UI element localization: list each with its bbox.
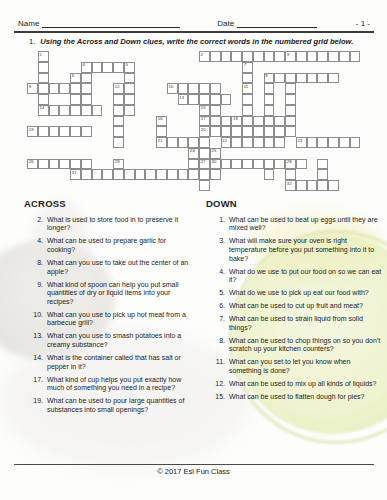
clue-number: 5.: [206, 289, 229, 298]
grid-cell[interactable]: [253, 126, 264, 137]
grid-cell[interactable]: [199, 83, 210, 94]
grid-cell[interactable]: [102, 62, 113, 73]
grid-cell[interactable]: 26: [27, 159, 38, 170]
grid-cell[interactable]: [81, 159, 92, 170]
grid-cell[interactable]: [59, 83, 70, 94]
grid-cell[interactable]: [285, 83, 296, 94]
grid-cell[interactable]: 1: [38, 51, 49, 62]
clue-number: 6.: [206, 302, 229, 311]
clue-text: What can be used to flatten dough for pi…: [229, 393, 384, 402]
clue-text: What is used to store food in to preserv…: [47, 216, 194, 233]
grid-cell[interactable]: [317, 169, 328, 180]
grid-cell[interactable]: 19: [27, 126, 38, 137]
grid-cell[interactable]: [328, 51, 339, 62]
grid-cell[interactable]: 24: [188, 148, 199, 159]
grid-cell[interactable]: [317, 51, 328, 62]
grid-cell[interactable]: [178, 83, 189, 94]
grid-cell[interactable]: [307, 51, 318, 62]
clue-item: 12.What can be used to mix up all kinds …: [206, 380, 384, 389]
grid-cell[interactable]: [49, 83, 60, 94]
clue-item: 6.What can be used to cut up fruit and m…: [206, 302, 384, 311]
grid-cell[interactable]: [296, 159, 307, 170]
cell-number: 17: [201, 116, 206, 121]
grid-cell[interactable]: [253, 51, 264, 62]
grid-cell[interactable]: 32: [285, 180, 296, 191]
clue-item: 15.What can be used to flatten dough for…: [206, 393, 384, 402]
grid-cell[interactable]: [59, 126, 70, 137]
grid-cell[interactable]: [70, 105, 81, 116]
grid-cell[interactable]: [199, 180, 210, 191]
grid-cell[interactable]: 9: [27, 83, 38, 94]
grid-cell[interactable]: [221, 94, 232, 105]
clue-item: 19.What can be used to pour large quanti…: [24, 397, 194, 414]
grid-cell[interactable]: [253, 159, 264, 170]
clue-number: 8.: [24, 259, 47, 276]
grid-cell[interactable]: [167, 137, 178, 148]
clue-number: 8.: [206, 337, 229, 354]
grid-cell[interactable]: [339, 51, 350, 62]
grid-cell[interactable]: 3: [285, 51, 296, 62]
worksheet-header: NameDate - 1 -: [18, 19, 370, 28]
grid-cell[interactable]: 2: [199, 51, 210, 62]
clue-item: 2.What is used to store food in to prese…: [24, 216, 194, 233]
grid-cell[interactable]: [317, 73, 328, 84]
grid-cell[interactable]: [113, 116, 124, 127]
clue-text: What can be used to cut up fruit and mea…: [229, 302, 384, 311]
grid-cell[interactable]: [124, 94, 135, 105]
grid-cell[interactable]: 27: [199, 159, 210, 170]
down-clue-list: 1.What can be used to beat up eggs until…: [206, 216, 384, 402]
name-label: Name: [18, 19, 39, 28]
clue-number: 11.: [206, 358, 229, 375]
grid-cell[interactable]: 12: [113, 83, 124, 94]
grid-cell[interactable]: [124, 169, 135, 180]
grid-cell[interactable]: [274, 126, 285, 137]
grid-cell[interactable]: 17: [199, 116, 210, 127]
grid-cell[interactable]: [350, 51, 361, 62]
clue-number: 9.: [24, 281, 47, 307]
grid-cell[interactable]: [49, 105, 60, 116]
clue-item: 11.What can you set to let you know when…: [206, 358, 384, 375]
cell-number: 23: [298, 138, 303, 143]
grid-cell[interactable]: [92, 105, 103, 116]
instruction-line: 1.Using the Across and Down clues, write…: [29, 37, 374, 46]
clue-number: 2.: [24, 216, 47, 233]
grid-cell[interactable]: [178, 137, 189, 148]
clue-text: What can be used to mix up all kinds of …: [229, 380, 384, 389]
grid-cell[interactable]: [350, 137, 361, 148]
grid-cell[interactable]: 11: [242, 83, 253, 94]
grid-cell[interactable]: [188, 159, 199, 170]
cell-number: 1: [40, 52, 42, 57]
clue-number: 13.: [24, 332, 47, 349]
across-clue-list: 2.What is used to store food in to prese…: [24, 216, 194, 415]
grid-cell[interactable]: [92, 62, 103, 73]
grid-cell[interactable]: [285, 126, 296, 137]
across-heading: ACROSS: [24, 198, 194, 210]
cell-number: 8: [265, 73, 267, 78]
grid-cell[interactable]: 21: [156, 137, 167, 148]
cell-number: 19: [29, 127, 34, 132]
clue-item: 8.What can you use to take out the cente…: [24, 259, 194, 276]
grid-cell[interactable]: 14: [38, 105, 49, 116]
clue-item: 13.What can you use to smash potatoes in…: [24, 332, 194, 349]
grid-cell[interactable]: [274, 137, 285, 148]
grid-cell[interactable]: [38, 94, 49, 105]
grid-cell[interactable]: [307, 180, 318, 191]
instruction-number: 1.: [29, 37, 35, 46]
grid-cell[interactable]: [81, 126, 92, 137]
clue-text: What can be used to pour large quantitie…: [47, 397, 194, 414]
cell-number: 13: [179, 95, 184, 100]
clue-item: 1.What can be used to beat up eggs until…: [206, 216, 384, 233]
grid-cell[interactable]: [307, 137, 318, 148]
grid-cell[interactable]: [188, 169, 199, 180]
grid-cell[interactable]: [188, 94, 199, 105]
grid-cell[interactable]: [135, 169, 146, 180]
grid-cell[interactable]: [317, 180, 328, 191]
grid-cell[interactable]: [253, 137, 264, 148]
grid-cell[interactable]: 30: [210, 159, 221, 170]
clue-text: What is the container called that has sa…: [47, 354, 194, 371]
cell-number: 7: [244, 62, 246, 67]
clue-item: 5.What do we use to pick up eat our food…: [206, 289, 384, 298]
grid-cell[interactable]: [231, 159, 242, 170]
grid-cell[interactable]: [210, 105, 221, 116]
grid-cell[interactable]: [307, 73, 318, 84]
grid-cell[interactable]: [231, 51, 242, 62]
grid-cell[interactable]: [113, 169, 124, 180]
instruction-text: Using the Across and Down clues, write t…: [40, 37, 353, 46]
grid-cell[interactable]: 7: [242, 62, 253, 73]
grid-cell[interactable]: [102, 169, 113, 180]
cell-number: 3: [287, 52, 289, 57]
clue-number: 7.: [206, 315, 229, 332]
grid-cell[interactable]: [210, 94, 221, 105]
cell-number: 18: [233, 116, 238, 121]
grid-cell[interactable]: [210, 169, 221, 180]
grid-cell[interactable]: [113, 105, 124, 116]
grid-cell[interactable]: [70, 83, 81, 94]
grid-cell[interactable]: [38, 83, 49, 94]
cell-number: 24: [190, 148, 195, 153]
cell-number: 5: [126, 62, 128, 67]
grid-cell[interactable]: [188, 83, 199, 94]
grid-cell[interactable]: [124, 73, 135, 84]
grid-cell[interactable]: [124, 83, 135, 94]
clue-number: 12.: [206, 380, 229, 389]
grid-cell[interactable]: [113, 126, 124, 137]
grid-cell[interactable]: [264, 83, 275, 94]
name-blank-line[interactable]: [42, 19, 180, 28]
date-blank-line[interactable]: [237, 19, 317, 28]
cell-number: 27: [201, 159, 206, 164]
clue-number: 4.: [24, 237, 47, 254]
grid-cell[interactable]: [328, 73, 339, 84]
grid-cell[interactable]: [92, 169, 103, 180]
down-heading: DOWN: [206, 198, 384, 210]
grid-cell[interactable]: [167, 169, 178, 180]
grid-cell[interactable]: [221, 126, 232, 137]
clue-number: 10.: [24, 311, 47, 328]
grid-cell[interactable]: [231, 137, 242, 148]
clue-item: 10.What can you use to pick up hot meat …: [24, 311, 194, 328]
grid-cell[interactable]: 20: [199, 126, 210, 137]
clue-number: 19.: [24, 397, 47, 414]
grid-cell[interactable]: [113, 137, 124, 148]
footer-divider-line: [14, 464, 374, 465]
cell-number: 9: [29, 84, 31, 89]
grid-cell[interactable]: [264, 105, 275, 116]
clue-text: What can be used to strain liquid from s…: [229, 315, 384, 332]
grid-cell[interactable]: [59, 159, 70, 170]
grid-cell[interactable]: [285, 105, 296, 116]
grid-cell[interactable]: [81, 83, 92, 94]
grid-cell[interactable]: 4: [81, 62, 92, 73]
cell-number: 6: [72, 73, 74, 78]
clue-text: What can you use to pick up hot meat fro…: [47, 311, 194, 328]
grid-cell[interactable]: [124, 105, 135, 116]
grid-cell[interactable]: [328, 180, 339, 191]
grid-cell[interactable]: [49, 159, 60, 170]
grid-cell[interactable]: [274, 73, 285, 84]
grid-cell[interactable]: [221, 159, 232, 170]
grid-cell[interactable]: [296, 180, 307, 191]
cell-number: 31: [72, 170, 77, 175]
cell-number: 2: [201, 52, 203, 57]
grid-cell[interactable]: [242, 126, 253, 137]
grid-cell[interactable]: [38, 62, 49, 73]
grid-cell[interactable]: [113, 94, 124, 105]
grid-cell[interactable]: [221, 51, 232, 62]
clue-item: 7.What can be used to strain liquid from…: [206, 315, 384, 332]
grid-cell[interactable]: 23: [296, 137, 307, 148]
grid-cell[interactable]: 8: [264, 73, 275, 84]
grid-cell[interactable]: [242, 51, 253, 62]
clue-item: 14.What is the container called that has…: [24, 354, 194, 371]
clue-item: 17.What kind of cup helps you put exactl…: [24, 376, 194, 393]
cell-number: 12: [115, 84, 120, 89]
grid-cell[interactable]: [210, 126, 221, 137]
cell-number: 28: [287, 159, 292, 164]
grid-cell[interactable]: [81, 94, 92, 105]
footer-copyright: © 2017 Esl Fun Class: [0, 467, 387, 476]
grid-cell[interactable]: [113, 62, 124, 73]
page-number: - 1 -: [356, 19, 370, 28]
clue-text: What can you use to take out the center …: [47, 259, 194, 276]
grid-cell[interactable]: [81, 105, 92, 116]
grid-cell[interactable]: [49, 126, 60, 137]
clue-number: 14.: [24, 354, 47, 371]
grid-cell[interactable]: [274, 116, 285, 127]
cell-number: 15: [201, 105, 206, 110]
clue-item: 8.What can be used to chop things on so …: [206, 337, 384, 354]
grid-cell[interactable]: [210, 83, 221, 94]
clue-number: 15.: [206, 393, 229, 402]
grid-cell[interactable]: [242, 94, 253, 105]
grid-cell[interactable]: [38, 126, 49, 137]
grid-cell[interactable]: [264, 159, 275, 170]
clue-number: 4.: [206, 268, 229, 285]
cell-number: 29: [115, 159, 120, 164]
grid-cell[interactable]: [285, 73, 296, 84]
grid-cell[interactable]: [264, 137, 275, 148]
grid-cell[interactable]: [38, 159, 49, 170]
clue-text: What can be used to chop things on so yo…: [229, 337, 384, 354]
clue-text: What can you use to smash potatoes into …: [47, 332, 194, 349]
grid-cell[interactable]: [242, 159, 253, 170]
cell-number: 16: [158, 116, 163, 121]
grid-cell[interactable]: [296, 73, 307, 84]
clue-number: 1.: [206, 216, 229, 233]
clue-number: 3.: [206, 237, 229, 263]
grid-cell[interactable]: [264, 126, 275, 137]
grid-cell[interactable]: [242, 105, 253, 116]
cell-number: 14: [40, 105, 45, 110]
grid-cell[interactable]: 18: [231, 116, 242, 127]
cell-number: 10: [169, 84, 174, 89]
clue-item: 3.What will make sure your oven is right…: [206, 237, 384, 263]
grid-cell[interactable]: [285, 169, 296, 180]
clue-text: What will make sure your oven is right t…: [229, 237, 384, 263]
cell-number: 30: [212, 159, 217, 164]
cell-number: 25: [212, 148, 217, 153]
grid-cell[interactable]: [199, 148, 210, 159]
grid-cell[interactable]: [285, 116, 296, 127]
cell-number: 11: [244, 84, 248, 89]
grid-cell[interactable]: [81, 73, 92, 84]
date-label: Date: [217, 19, 234, 28]
grid-cell[interactable]: 10: [167, 83, 178, 94]
grid-cell[interactable]: 28: [285, 159, 296, 170]
grid-cell[interactable]: 29: [113, 159, 124, 170]
grid-cell[interactable]: [221, 116, 232, 127]
grid-cell[interactable]: [317, 159, 328, 170]
grid-cell[interactable]: [199, 169, 210, 180]
clue-text: What do we use to put our food on so we …: [229, 268, 384, 285]
grid-cell[interactable]: [231, 126, 242, 137]
clue-text: What can be used to beat up eggs until t…: [229, 216, 384, 233]
clue-text: What can you set to let you know when so…: [229, 358, 384, 375]
grid-cell[interactable]: [242, 73, 253, 84]
grid-cell[interactable]: 5: [124, 62, 135, 73]
grid-cell[interactable]: [188, 137, 199, 148]
grid-cell[interactable]: [70, 94, 81, 105]
cell-number: 22: [222, 138, 227, 143]
grid-cell[interactable]: 22: [221, 137, 232, 148]
grid-cell[interactable]: [145, 169, 156, 180]
clue-item: 4.What do we use to put our food on so w…: [206, 268, 384, 285]
grid-cell[interactable]: [242, 116, 253, 127]
grid-cell[interactable]: [156, 169, 167, 180]
grid-cell[interactable]: [253, 116, 264, 127]
grid-cell[interactable]: 13: [178, 94, 189, 105]
grid-cell[interactable]: 6: [70, 73, 81, 84]
grid-cell[interactable]: [210, 116, 221, 127]
grid-cell[interactable]: [339, 137, 350, 148]
grid-cell[interactable]: [296, 51, 307, 62]
grid-cell[interactable]: [70, 126, 81, 137]
grid-cell[interactable]: [210, 51, 221, 62]
grid-cell[interactable]: [199, 137, 210, 148]
grid-cell[interactable]: 31: [70, 169, 81, 180]
cell-number: 32: [287, 181, 292, 186]
cell-number: 21: [158, 138, 163, 143]
grid-cell[interactable]: [264, 51, 275, 62]
grid-cell[interactable]: [178, 169, 189, 180]
grid-cell[interactable]: [59, 105, 70, 116]
grid-cell[interactable]: [274, 159, 285, 170]
grid-cell[interactable]: [264, 116, 275, 127]
crossword-grid[interactable]: 1234576891210111314151617181920212223242…: [27, 51, 361, 192]
grid-cell[interactable]: [285, 94, 296, 105]
down-clues-section: DOWN 1.What can be used to beat up eggs …: [206, 198, 384, 406]
grid-cell[interactable]: [70, 159, 81, 170]
cell-number: 20: [201, 127, 206, 132]
grid-cell[interactable]: 16: [156, 116, 167, 127]
clue-number: 17.: [24, 376, 47, 393]
grid-cell[interactable]: [38, 73, 49, 84]
grid-cell[interactable]: [242, 137, 253, 148]
clue-item: 4.What can be used to prepare garlic for…: [24, 237, 194, 254]
cell-number: 26: [29, 159, 34, 164]
grid-cell[interactable]: [81, 169, 92, 180]
across-clues-section: ACROSS 2.What is used to store food in t…: [24, 198, 194, 419]
grid-cell[interactable]: [156, 126, 167, 137]
grid-cell[interactable]: [317, 137, 328, 148]
grid-cell[interactable]: 15: [199, 105, 210, 116]
grid-cell[interactable]: [274, 51, 285, 62]
grid-cell[interactable]: [264, 94, 275, 105]
grid-cell[interactable]: [199, 94, 210, 105]
grid-cell[interactable]: [328, 137, 339, 148]
cell-number: 4: [83, 62, 85, 67]
grid-cell[interactable]: 25: [210, 148, 221, 159]
header-divider-line: [14, 31, 374, 33]
grid-cell[interactable]: [264, 169, 275, 180]
clue-text: What can be used to prepare garlic for c…: [47, 237, 194, 254]
clue-text: What kind of spoon can help you put smal…: [47, 281, 194, 307]
clue-item: 9.What kind of spoon can help you put sm…: [24, 281, 194, 307]
clue-text: What do we use to pick up eat our food w…: [229, 289, 384, 298]
clue-text: What kind of cup helps you put exactly h…: [47, 376, 194, 393]
